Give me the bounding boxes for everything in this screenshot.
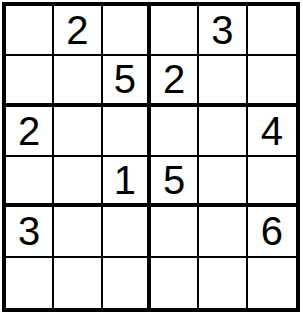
- sudoku-cell-r5c5[interactable]: [199, 207, 247, 257]
- sudoku-cell-r3c1[interactable]: 2: [6, 107, 54, 157]
- sudoku-cell-r3c6[interactable]: 4: [248, 107, 296, 157]
- sudoku-cell-r1c6[interactable]: [248, 6, 296, 56]
- sudoku-cell-r5c4[interactable]: [151, 207, 199, 257]
- sudoku-cell-r1c2[interactable]: 2: [54, 6, 102, 56]
- sudoku-cell-r5c1[interactable]: 3: [6, 207, 54, 257]
- sudoku-cell-r6c3[interactable]: [103, 258, 151, 308]
- sudoku-cell-r5c3[interactable]: [103, 207, 151, 257]
- sudoku-cell-r1c4[interactable]: [151, 6, 199, 56]
- sudoku-cell-r3c2[interactable]: [54, 107, 102, 157]
- sudoku-cell-r2c3[interactable]: 5: [103, 56, 151, 106]
- sudoku-cell-r3c5[interactable]: [199, 107, 247, 157]
- sudoku-board: 2352241536: [2, 2, 300, 312]
- sudoku-cell-r5c6[interactable]: 6: [248, 207, 296, 257]
- sudoku-cell-r4c4[interactable]: 5: [151, 157, 199, 207]
- sudoku-cell-r4c5[interactable]: [199, 157, 247, 207]
- sudoku-cell-r1c3[interactable]: [103, 6, 151, 56]
- sudoku-cell-r4c2[interactable]: [54, 157, 102, 207]
- sudoku-cell-r6c6[interactable]: [248, 258, 296, 308]
- sudoku-cell-r2c6[interactable]: [248, 56, 296, 106]
- sudoku-cell-r1c1[interactable]: [6, 6, 54, 56]
- sudoku-cell-r2c1[interactable]: [6, 56, 54, 106]
- sudoku-cell-r2c5[interactable]: [199, 56, 247, 106]
- sudoku-cell-r6c5[interactable]: [199, 258, 247, 308]
- sudoku-cell-r3c4[interactable]: [151, 107, 199, 157]
- sudoku-cell-r1c5[interactable]: 3: [199, 6, 247, 56]
- sudoku-cell-r4c3[interactable]: 1: [103, 157, 151, 207]
- sudoku-cell-r6c1[interactable]: [6, 258, 54, 308]
- sudoku-board-wrapper: 2352241536: [0, 0, 303, 315]
- sudoku-cell-r4c1[interactable]: [6, 157, 54, 207]
- sudoku-cell-r4c6[interactable]: [248, 157, 296, 207]
- sudoku-cell-r2c4[interactable]: 2: [151, 56, 199, 106]
- sudoku-cell-r5c2[interactable]: [54, 207, 102, 257]
- sudoku-cell-r6c2[interactable]: [54, 258, 102, 308]
- sudoku-cell-r2c2[interactable]: [54, 56, 102, 106]
- sudoku-cell-r6c4[interactable]: [151, 258, 199, 308]
- sudoku-cell-r3c3[interactable]: [103, 107, 151, 157]
